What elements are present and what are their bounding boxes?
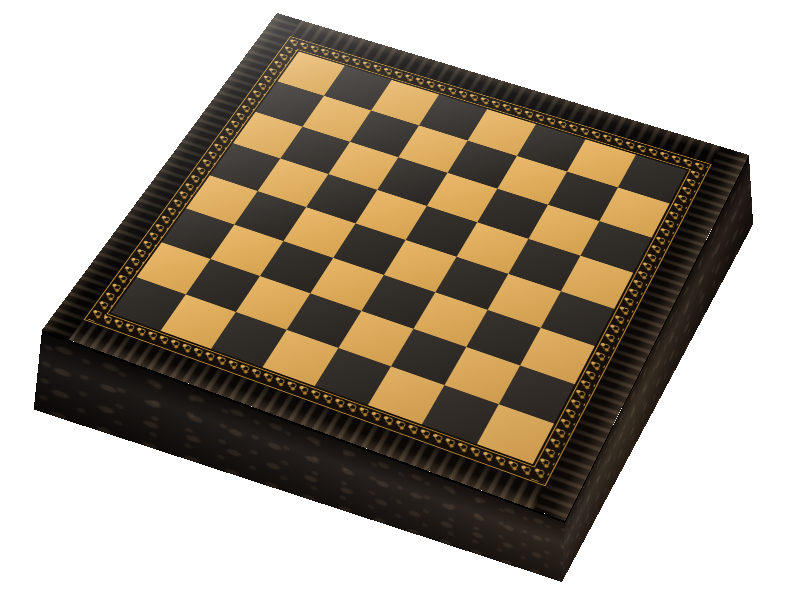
product-photo-scene [0,0,800,600]
